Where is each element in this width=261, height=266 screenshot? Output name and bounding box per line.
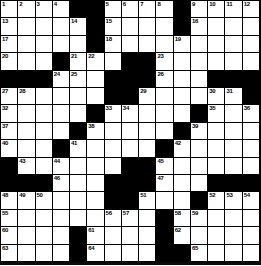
- cell-r7c9[interactable]: [139, 105, 156, 122]
- cell-r2c9[interactable]: [139, 18, 156, 35]
- clue-number-13: 13: [2, 18, 8, 25]
- cell-r12c1[interactable]: 48: [1, 192, 18, 209]
- clue-number-23: 23: [157, 53, 163, 60]
- clue-number-49: 49: [19, 192, 25, 199]
- clue-number-25: 25: [71, 71, 77, 78]
- cell-r12c3[interactable]: 50: [36, 192, 53, 209]
- cell-r1c7[interactable]: 5: [105, 1, 122, 18]
- cell-r14c7[interactable]: [105, 227, 122, 244]
- clue-number-64: 64: [88, 245, 94, 252]
- cell-r6c11[interactable]: [174, 88, 191, 105]
- cell-r8c10[interactable]: [156, 123, 173, 140]
- cell-r5c4[interactable]: 24: [53, 71, 70, 88]
- cell-r8c3[interactable]: [36, 123, 53, 140]
- cell-r6c3[interactable]: [36, 88, 53, 105]
- clue-number-7: 7: [140, 1, 143, 8]
- cell-r12c11[interactable]: [174, 192, 191, 209]
- cell-r4c13[interactable]: [208, 53, 225, 70]
- clue-number-8: 8: [157, 1, 160, 8]
- cell-r6c1[interactable]: 27: [1, 88, 18, 105]
- cell-r3c12[interactable]: [191, 36, 208, 53]
- black-cell-r1c5: [70, 1, 87, 18]
- cell-r3c14[interactable]: [225, 36, 242, 53]
- clue-number-11: 11: [226, 1, 232, 8]
- cell-r3c2[interactable]: [18, 36, 35, 53]
- cell-r3c9[interactable]: [139, 36, 156, 53]
- cell-r6c14[interactable]: 31: [225, 88, 242, 105]
- cell-r4c12[interactable]: [191, 53, 208, 70]
- cell-r13c1[interactable]: 55: [1, 210, 18, 227]
- cell-r9c11[interactable]: 42: [174, 140, 191, 157]
- clue-number-19: 19: [175, 36, 181, 43]
- cell-r11c12[interactable]: [191, 175, 208, 192]
- clue-number-27: 27: [2, 88, 8, 95]
- cell-r8c15[interactable]: [243, 123, 260, 140]
- black-cell-r9c10: [156, 140, 173, 157]
- cell-r14c14[interactable]: [225, 227, 242, 244]
- cell-r13c6[interactable]: [87, 210, 104, 227]
- black-cell-r5c14: [225, 71, 242, 88]
- cell-r2c5[interactable]: 14: [70, 18, 87, 35]
- cell-r9c3[interactable]: [36, 140, 53, 157]
- clue-number-45: 45: [157, 158, 163, 165]
- cell-r9c14[interactable]: [225, 140, 242, 157]
- clue-number-22: 22: [88, 53, 94, 60]
- cell-r6c2[interactable]: 28: [18, 88, 35, 105]
- cell-r8c9[interactable]: [139, 123, 156, 140]
- cell-r2c3[interactable]: [36, 18, 53, 35]
- cell-r14c3[interactable]: [36, 227, 53, 244]
- cell-r5c6[interactable]: [87, 71, 104, 88]
- cell-r13c7[interactable]: 56: [105, 210, 122, 227]
- cell-r11c11[interactable]: [174, 175, 191, 192]
- clue-number-39: 39: [192, 123, 198, 130]
- clue-number-30: 30: [209, 88, 215, 95]
- cell-r5c5[interactable]: 25: [70, 71, 87, 88]
- cell-r9c2[interactable]: [18, 140, 35, 157]
- black-cell-r15c10: [156, 245, 173, 262]
- black-cell-r11c15: [243, 175, 260, 192]
- crossword-grid: 1234567891011121314151617181920212223242…: [0, 0, 261, 265]
- cell-r13c14[interactable]: [225, 210, 242, 227]
- black-cell-r11c8: [122, 175, 139, 192]
- cell-r1c14[interactable]: 11: [225, 1, 242, 18]
- cell-r7c1[interactable]: 32: [1, 105, 18, 122]
- cell-r10c14[interactable]: [225, 158, 242, 175]
- cell-r15c2[interactable]: [18, 245, 35, 262]
- clue-number-59: 59: [192, 210, 198, 217]
- black-cell-r4c4: [53, 53, 70, 70]
- cell-r7c14[interactable]: [225, 105, 242, 122]
- cell-r10c3[interactable]: [36, 158, 53, 175]
- cell-r14c1[interactable]: 60: [1, 227, 18, 244]
- clue-number-32: 32: [2, 105, 8, 112]
- black-cell-r2c11: [174, 18, 191, 35]
- cell-r4c14[interactable]: [225, 53, 242, 70]
- clue-number-20: 20: [2, 53, 8, 60]
- clue-number-51: 51: [140, 192, 146, 199]
- cell-r6c9[interactable]: 29: [139, 88, 156, 105]
- cell-r3c5[interactable]: [70, 36, 87, 53]
- cell-r15c8[interactable]: [122, 245, 139, 262]
- crossword-board: 1234567891011121314151617181920212223242…: [0, 0, 261, 266]
- cell-r10c11[interactable]: [174, 158, 191, 175]
- cell-r12c9[interactable]: 51: [139, 192, 156, 209]
- cell-r8c1[interactable]: 37: [1, 123, 18, 140]
- black-cell-r15c5: [70, 245, 87, 262]
- cell-r7c10[interactable]: [156, 105, 173, 122]
- cell-r7c8[interactable]: 34: [122, 105, 139, 122]
- cell-r15c4[interactable]: [53, 245, 70, 262]
- cell-r7c15[interactable]: 36: [243, 105, 260, 122]
- cell-r8c14[interactable]: [225, 123, 242, 140]
- black-cell-r12c8: [122, 192, 139, 209]
- cell-r1c8[interactable]: 6: [122, 1, 139, 18]
- cell-r14c4[interactable]: [53, 227, 70, 244]
- clue-number-21: 21: [71, 53, 77, 60]
- clue-number-16: 16: [192, 18, 198, 25]
- cell-r6c5[interactable]: [70, 88, 87, 105]
- cell-r6c4[interactable]: [53, 88, 70, 105]
- clue-number-34: 34: [123, 105, 129, 112]
- cell-r8c8[interactable]: [122, 123, 139, 140]
- black-cell-r10c1: [1, 158, 18, 175]
- cell-r7c7[interactable]: 33: [105, 105, 122, 122]
- clue-number-31: 31: [226, 88, 232, 95]
- clue-number-10: 10: [209, 1, 215, 8]
- clue-number-37: 37: [2, 123, 8, 130]
- cell-r10c10[interactable]: 45: [156, 158, 173, 175]
- cell-r11c5[interactable]: [70, 175, 87, 192]
- cell-r8c7[interactable]: [105, 123, 122, 140]
- cell-r10c13[interactable]: [208, 158, 225, 175]
- cell-r5c10[interactable]: 26: [156, 71, 173, 88]
- cell-r12c5[interactable]: [70, 192, 87, 209]
- cell-r3c1[interactable]: 17: [1, 36, 18, 53]
- cell-r1c1[interactable]: 1: [1, 1, 18, 18]
- black-cell-r13c10: [156, 210, 173, 227]
- clue-number-2: 2: [19, 1, 22, 8]
- cell-r14c9[interactable]: [139, 227, 156, 244]
- clue-number-57: 57: [123, 210, 129, 217]
- clue-number-41: 41: [71, 140, 77, 147]
- black-cell-r11c3: [36, 175, 53, 192]
- cell-r8c6[interactable]: 38: [87, 123, 104, 140]
- cell-r9c8[interactable]: [122, 140, 139, 157]
- cell-r8c4[interactable]: [53, 123, 70, 140]
- cell-r9c12[interactable]: [191, 140, 208, 157]
- clue-number-58: 58: [175, 210, 181, 217]
- cell-r12c10[interactable]: [156, 192, 173, 209]
- cell-r6c12[interactable]: [191, 88, 208, 105]
- cell-r10c6[interactable]: [87, 158, 104, 175]
- cell-r14c2[interactable]: [18, 227, 35, 244]
- cell-r11c10[interactable]: 47: [156, 175, 173, 192]
- black-cell-r5c1: [1, 71, 18, 88]
- cell-r1c2[interactable]: 2: [18, 1, 35, 18]
- cell-r9c15[interactable]: [243, 140, 260, 157]
- black-cell-r5c9: [139, 71, 156, 88]
- cell-r4c1[interactable]: 20: [1, 53, 18, 70]
- cell-r1c10[interactable]: 8: [156, 1, 173, 18]
- cell-r1c12[interactable]: 9: [191, 1, 208, 18]
- clue-number-56: 56: [106, 210, 112, 217]
- clue-number-53: 53: [226, 192, 232, 199]
- cell-r14c13[interactable]: [208, 227, 225, 244]
- cell-r2c8[interactable]: [122, 18, 139, 35]
- cell-r7c2[interactable]: [18, 105, 35, 122]
- clue-number-5: 5: [106, 1, 109, 8]
- clue-number-55: 55: [2, 210, 8, 217]
- black-cell-r11c2: [18, 175, 35, 192]
- clue-number-54: 54: [244, 192, 250, 199]
- cell-r10c4[interactable]: 44: [53, 158, 70, 175]
- clue-number-6: 6: [123, 1, 126, 8]
- cell-r15c6[interactable]: 64: [87, 245, 104, 262]
- cell-r3c11[interactable]: 19: [174, 36, 191, 53]
- cell-r5c12[interactable]: [191, 71, 208, 88]
- cell-r1c9[interactable]: 7: [139, 1, 156, 18]
- black-cell-r5c2: [18, 71, 35, 88]
- black-cell-r8c5: [70, 123, 87, 140]
- cell-r9c1[interactable]: 40: [1, 140, 18, 157]
- black-cell-r12c7: [105, 192, 122, 209]
- cell-r15c13[interactable]: [208, 245, 225, 262]
- cell-r14c6[interactable]: 61: [87, 227, 104, 244]
- black-cell-r10c9: [139, 158, 156, 175]
- cell-r13c4[interactable]: [53, 210, 70, 227]
- clue-number-35: 35: [209, 105, 215, 112]
- cell-r12c14[interactable]: 53: [225, 192, 242, 209]
- cell-r1c3[interactable]: 3: [36, 1, 53, 18]
- cell-r4c3[interactable]: [36, 53, 53, 70]
- black-cell-r6c15: [243, 88, 260, 105]
- black-cell-r5c8: [122, 71, 139, 88]
- cell-r8c13[interactable]: [208, 123, 225, 140]
- clue-number-40: 40: [2, 140, 8, 147]
- cell-r8c2[interactable]: [18, 123, 35, 140]
- cell-r12c2[interactable]: 49: [18, 192, 35, 209]
- cell-r7c11[interactable]: [174, 105, 191, 122]
- cell-r7c5[interactable]: [70, 105, 87, 122]
- cell-r4c11[interactable]: [174, 53, 191, 70]
- black-cell-r3c6: [87, 36, 104, 53]
- black-cell-r7c12: [191, 105, 208, 122]
- clue-number-44: 44: [54, 158, 60, 165]
- black-cell-r14c10: [156, 227, 173, 244]
- cell-r9c9[interactable]: [139, 140, 156, 157]
- cell-r4c6[interactable]: 22: [87, 53, 104, 70]
- cell-r10c12[interactable]: [191, 158, 208, 175]
- cell-r13c12[interactable]: 59: [191, 210, 208, 227]
- cell-r15c15[interactable]: [243, 245, 260, 262]
- clue-number-62: 62: [175, 227, 181, 234]
- cell-r10c15[interactable]: [243, 158, 260, 175]
- cell-r12c13[interactable]: 52: [208, 192, 225, 209]
- black-cell-r6c8: [122, 88, 139, 105]
- black-cell-r11c9: [139, 175, 156, 192]
- clue-number-61: 61: [88, 227, 94, 234]
- cell-r15c3[interactable]: [36, 245, 53, 262]
- cell-r2c2[interactable]: [18, 18, 35, 35]
- cell-r5c11[interactable]: [174, 71, 191, 88]
- cell-r14c12[interactable]: [191, 227, 208, 244]
- cell-r12c6[interactable]: [87, 192, 104, 209]
- cell-r2c12[interactable]: 16: [191, 18, 208, 35]
- cell-r6c13[interactable]: 30: [208, 88, 225, 105]
- cell-r7c4[interactable]: [53, 105, 70, 122]
- cell-r15c9[interactable]: [139, 245, 156, 262]
- black-cell-r11c7: [105, 175, 122, 192]
- black-cell-r5c3: [36, 71, 53, 88]
- cell-r9c5[interactable]: 41: [70, 140, 87, 157]
- clue-number-42: 42: [175, 140, 181, 147]
- cell-r14c11[interactable]: 62: [174, 227, 191, 244]
- cell-r2c7[interactable]: 15: [105, 18, 122, 35]
- cell-r4c10[interactable]: 23: [156, 53, 173, 70]
- cell-r2c14[interactable]: [225, 18, 242, 35]
- cell-r13c13[interactable]: [208, 210, 225, 227]
- clue-number-43: 43: [19, 158, 25, 165]
- clue-number-65: 65: [192, 245, 198, 252]
- black-cell-r11c1: [1, 175, 18, 192]
- cell-r2c10[interactable]: [156, 18, 173, 35]
- clue-number-18: 18: [106, 36, 112, 43]
- cell-r7c3[interactable]: [36, 105, 53, 122]
- cell-r10c2[interactable]: 43: [18, 158, 35, 175]
- black-cell-r4c8: [122, 53, 139, 70]
- clue-number-47: 47: [157, 175, 163, 182]
- cell-r13c15[interactable]: [243, 210, 260, 227]
- cell-r8c12[interactable]: 39: [191, 123, 208, 140]
- clue-number-12: 12: [244, 1, 250, 8]
- cell-r2c13[interactable]: [208, 18, 225, 35]
- cell-r14c8[interactable]: [122, 227, 139, 244]
- clue-number-24: 24: [54, 71, 60, 78]
- clue-number-1: 1: [2, 1, 5, 8]
- black-cell-r7c6: [87, 105, 104, 122]
- clue-number-63: 63: [2, 245, 8, 252]
- black-cell-r1c6: [87, 1, 104, 18]
- black-cell-r1c11: [174, 1, 191, 18]
- clue-number-48: 48: [2, 192, 8, 199]
- cell-r12c4[interactable]: [53, 192, 70, 209]
- black-cell-r5c13: [208, 71, 225, 88]
- cell-r3c8[interactable]: [122, 36, 139, 53]
- black-cell-r11c13: [208, 175, 225, 192]
- cell-r1c4[interactable]: 4: [53, 1, 70, 18]
- cell-r13c8[interactable]: 57: [122, 210, 139, 227]
- clue-number-60: 60: [2, 227, 8, 234]
- cell-r3c15[interactable]: [243, 36, 260, 53]
- clue-number-38: 38: [88, 123, 94, 130]
- cell-r3c10[interactable]: [156, 36, 173, 53]
- clue-number-52: 52: [209, 192, 215, 199]
- cell-r13c11[interactable]: 58: [174, 210, 191, 227]
- cell-r13c2[interactable]: [18, 210, 35, 227]
- black-cell-r12c12: [191, 192, 208, 209]
- clue-number-36: 36: [244, 105, 250, 112]
- cell-r10c7[interactable]: [105, 158, 122, 175]
- cell-r6c6[interactable]: [87, 88, 104, 105]
- cell-r3c4[interactable]: [53, 36, 70, 53]
- black-cell-r4c9: [139, 53, 156, 70]
- clue-number-4: 4: [54, 1, 57, 8]
- cell-r9c6[interactable]: [87, 140, 104, 157]
- cell-r15c7[interactable]: [105, 245, 122, 262]
- cell-r9c13[interactable]: [208, 140, 225, 157]
- cell-r4c15[interactable]: [243, 53, 260, 70]
- cell-r14c15[interactable]: [243, 227, 260, 244]
- cell-r12c15[interactable]: 54: [243, 192, 260, 209]
- cell-r13c3[interactable]: [36, 210, 53, 227]
- clue-number-46: 46: [54, 175, 60, 182]
- clue-number-29: 29: [140, 88, 146, 95]
- cell-r2c4[interactable]: [53, 18, 70, 35]
- clue-number-33: 33: [106, 105, 112, 112]
- black-cell-r15c11: [174, 245, 191, 262]
- cell-r3c13[interactable]: [208, 36, 225, 53]
- black-cell-r8c11: [174, 123, 191, 140]
- clue-number-14: 14: [71, 18, 77, 25]
- clue-number-28: 28: [19, 88, 25, 95]
- clue-number-26: 26: [157, 71, 163, 78]
- cell-r15c1[interactable]: 63: [1, 245, 18, 262]
- black-cell-r11c14: [225, 175, 242, 192]
- clue-number-50: 50: [37, 192, 43, 199]
- clue-number-3: 3: [37, 1, 40, 8]
- cell-r2c1[interactable]: 13: [1, 18, 18, 35]
- black-cell-r5c7: [105, 71, 122, 88]
- black-cell-r9c4: [53, 140, 70, 157]
- black-cell-r6c7: [105, 88, 122, 105]
- cell-r3c7[interactable]: 18: [105, 36, 122, 53]
- cell-r7c13[interactable]: 35: [208, 105, 225, 122]
- cell-r1c13[interactable]: 10: [208, 1, 225, 18]
- clue-number-15: 15: [106, 18, 112, 25]
- cell-r10c5[interactable]: [70, 158, 87, 175]
- cell-r4c7[interactable]: [105, 53, 122, 70]
- black-cell-r5c15: [243, 71, 260, 88]
- clue-number-17: 17: [2, 36, 8, 43]
- clue-number-9: 9: [192, 1, 195, 8]
- cell-r3c3[interactable]: [36, 36, 53, 53]
- cell-r1c15[interactable]: 12: [243, 1, 260, 18]
- cell-r4c5[interactable]: 21: [70, 53, 87, 70]
- black-cell-r2c6: [87, 18, 104, 35]
- cell-r11c4[interactable]: 46: [53, 175, 70, 192]
- black-cell-r14c5: [70, 227, 87, 244]
- cell-r4c2[interactable]: [18, 53, 35, 70]
- cell-r13c9[interactable]: [139, 210, 156, 227]
- cell-r15c12[interactable]: 65: [191, 245, 208, 262]
- cell-r6c10[interactable]: [156, 88, 173, 105]
- cell-r13c5[interactable]: [70, 210, 87, 227]
- cell-r15c14[interactable]: [225, 245, 242, 262]
- cell-r2c15[interactable]: [243, 18, 260, 35]
- black-cell-r10c8: [122, 158, 139, 175]
- cell-r11c6[interactable]: [87, 175, 104, 192]
- cell-r9c7[interactable]: [105, 140, 122, 157]
